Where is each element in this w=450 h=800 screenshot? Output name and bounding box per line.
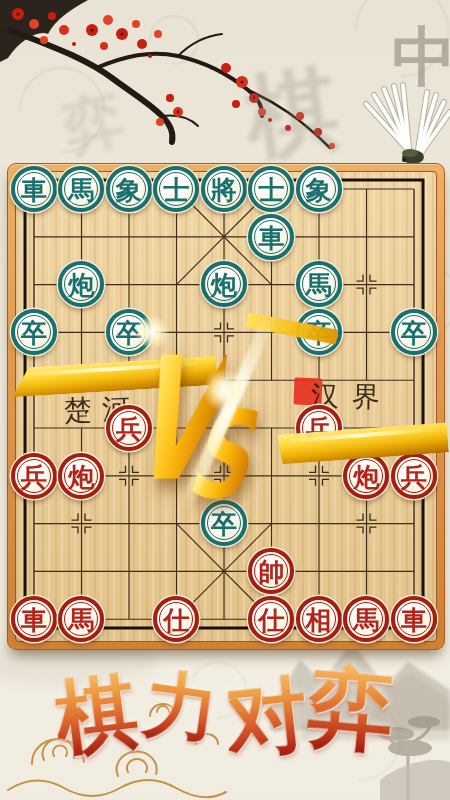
piece-glyph: 卒: [116, 320, 142, 346]
piece-glyph: 士: [258, 177, 284, 203]
piece-red-soldier[interactable]: 兵: [296, 405, 342, 451]
piece-glyph: 車: [258, 225, 284, 251]
piece-black-chariot[interactable]: 車: [11, 166, 57, 212]
piece-glyph: 將: [211, 177, 237, 203]
piece-glyph: 兵: [116, 416, 142, 442]
piece-glyph: 炮: [68, 272, 94, 298]
piece-red-chariot[interactable]: 車: [391, 596, 437, 642]
piece-glyph: 車: [21, 607, 47, 633]
piece-red-chariot[interactable]: 車: [11, 596, 57, 642]
piece-glyph: 車: [401, 607, 427, 633]
gold-clouds: [8, 704, 226, 797]
piece-glyph: 炮: [68, 464, 94, 490]
piece-red-horse[interactable]: 馬: [58, 596, 104, 642]
piece-red-soldier[interactable]: 兵: [106, 405, 152, 451]
piece-red-advisor[interactable]: 仕: [153, 596, 199, 642]
piece-glyph: 兵: [21, 464, 47, 490]
piece-glyph: 卒: [306, 320, 332, 346]
piece-black-general[interactable]: 將: [201, 166, 247, 212]
piece-glyph: 馬: [306, 272, 332, 298]
piece-glyph: 仕: [258, 607, 284, 633]
piece-glyph: 卒: [211, 511, 237, 537]
piece-glyph: 相: [306, 607, 332, 633]
piece-glyph: 馬: [68, 177, 94, 203]
piece-black-advisor[interactable]: 士: [248, 166, 294, 212]
piece-glyph: 兵: [401, 464, 427, 490]
piece-red-elephant[interactable]: 相: [296, 596, 342, 642]
piece-red-soldier[interactable]: 兵: [11, 453, 57, 499]
piece-black-chariot[interactable]: 車: [248, 214, 294, 260]
piece-black-elephant[interactable]: 象: [296, 166, 342, 212]
xiangqi-board: 楚河 汉界 車馬象士將士象車炮炮馬卒卒卒卒卒兵兵兵炮炮兵帥車馬仕仕相馬車: [7, 163, 445, 650]
piece-glyph: 炮: [353, 464, 379, 490]
piece-red-advisor[interactable]: 仕: [248, 596, 294, 642]
piece-glyph: 象: [116, 177, 142, 203]
piece-glyph: 馬: [68, 607, 94, 633]
piece-glyph: 士: [163, 177, 189, 203]
piece-black-soldier[interactable]: 卒: [391, 309, 437, 355]
app-screen: 中棋弈 楚河 汉界 車馬象士將士象車炮炮馬卒卒卒卒卒兵兵兵炮炮兵帥車馬仕仕相馬車…: [0, 0, 450, 800]
piece-black-soldier[interactable]: 卒: [296, 309, 342, 355]
piece-black-soldier[interactable]: 卒: [11, 309, 57, 355]
piece-glyph: 帥: [258, 559, 284, 585]
pieces-layer: 車馬象士將士象車炮炮馬卒卒卒卒卒兵兵兵炮炮兵帥車馬仕仕相馬車: [10, 165, 438, 643]
piece-black-soldier[interactable]: 卒: [201, 500, 247, 546]
piece-glyph: 車: [21, 177, 47, 203]
calligraphy-char: 中: [392, 14, 450, 101]
piece-black-horse[interactable]: 馬: [296, 261, 342, 307]
piece-black-cannon[interactable]: 炮: [201, 261, 247, 307]
piece-glyph: 象: [306, 177, 332, 203]
piece-red-general[interactable]: 帥: [248, 548, 294, 594]
piece-glyph: 卒: [21, 320, 47, 346]
calligraphy-char: 棋: [238, 46, 346, 182]
piece-red-soldier[interactable]: 兵: [391, 453, 437, 499]
piece-glyph: 兵: [306, 416, 332, 442]
piece-glyph: 馬: [353, 607, 379, 633]
piece-black-soldier[interactable]: 卒: [106, 309, 152, 355]
piece-black-horse[interactable]: 馬: [58, 166, 104, 212]
piece-red-horse[interactable]: 馬: [343, 596, 389, 642]
piece-red-cannon[interactable]: 炮: [58, 453, 104, 499]
piece-glyph: 卒: [401, 320, 427, 346]
piece-black-cannon[interactable]: 炮: [58, 261, 104, 307]
piece-glyph: 炮: [211, 272, 237, 298]
piece-red-cannon[interactable]: 炮: [343, 453, 389, 499]
piece-black-elephant[interactable]: 象: [106, 166, 152, 212]
piece-glyph: 仕: [163, 607, 189, 633]
piece-black-advisor[interactable]: 士: [153, 166, 199, 212]
